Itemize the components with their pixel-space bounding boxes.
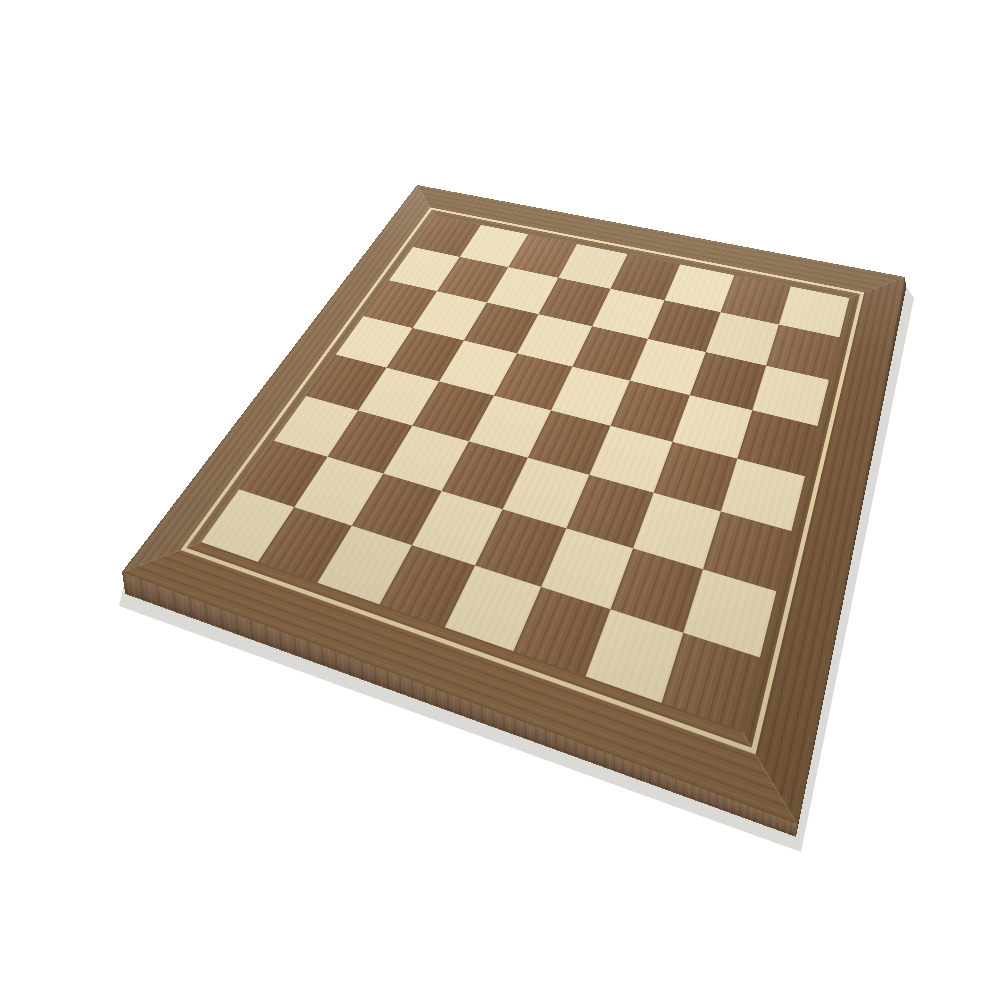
photo-scene [0,0,1000,1000]
